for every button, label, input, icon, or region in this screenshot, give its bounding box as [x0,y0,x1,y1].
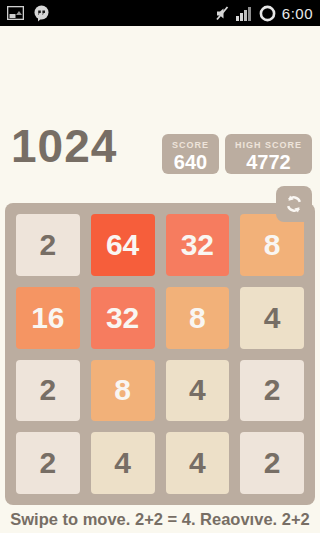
status-bar-clock: 6:00 [282,5,313,22]
refresh-icon [283,193,305,215]
tile-2: 2 [16,432,80,494]
tile-4: 4 [240,287,304,349]
data-circle-icon [259,5,276,22]
tile-8: 8 [91,360,155,422]
high-score-box: HIGH SCORE 4772 [225,134,312,174]
tile-32: 32 [91,287,155,349]
best-tile-title: 1024 [11,119,117,173]
tile-2: 2 [240,360,304,422]
footer: Swipe to move. 2+2 = 4. Reaovıve. 2+2 [0,505,320,533]
tile-2: 2 [16,214,80,276]
tile-4: 4 [91,432,155,494]
board[interactable]: 26432816328428422442 [5,203,315,505]
tile-2: 2 [240,432,304,494]
tile-64: 64 [91,214,155,276]
score-value: 640 [172,151,209,173]
app-screen: 6:00 1024 SCORE 640 HIGH SCORE 4772 [0,0,320,533]
tile-4: 4 [166,432,230,494]
tile-4: 4 [166,360,230,422]
hangouts-notification-icon [33,5,50,22]
tile-8: 8 [166,287,230,349]
score-box: SCORE 640 [162,134,219,174]
status-bar: 6:00 [0,0,320,26]
high-score-value: 4772 [235,151,302,173]
tile-16: 16 [16,287,80,349]
tile-2: 2 [16,360,80,422]
high-score-label: HIGH SCORE [235,139,302,151]
status-bar-left [7,5,50,22]
instructions-text: Swipe to move. 2+2 = 4. Reaovıve. 2+2 [10,510,309,529]
score-panel: SCORE 640 HIGH SCORE 4772 [162,134,312,174]
screenshot-notification-icon [7,6,24,20]
mute-icon [215,6,230,21]
restart-button[interactable] [276,186,312,222]
tile-8: 8 [240,214,304,276]
status-bar-right: 6:00 [215,5,313,22]
score-label: SCORE [172,139,209,151]
game-header: 1024 SCORE 640 HIGH SCORE 4772 [0,26,320,203]
signal-strength-icon [236,6,253,21]
tile-32: 32 [166,214,230,276]
